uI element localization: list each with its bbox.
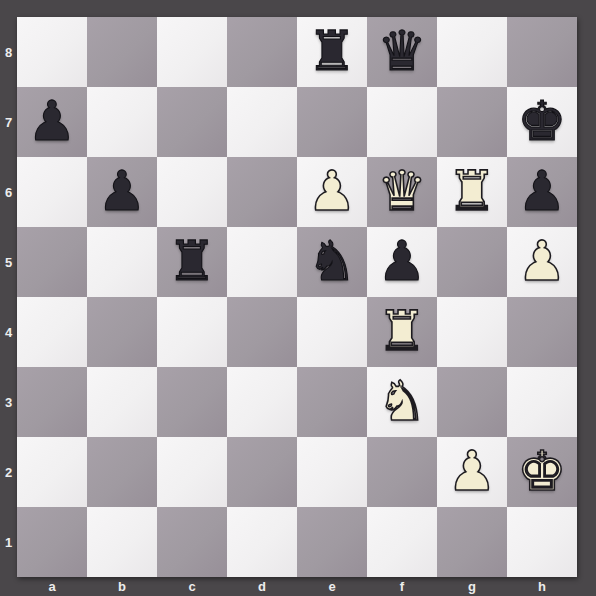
black-pawn[interactable]: ♟ (17, 87, 87, 157)
square-e4[interactable] (297, 297, 367, 367)
square-a1[interactable] (17, 507, 87, 577)
black-pawn[interactable]: ♟ (507, 157, 577, 227)
square-a8[interactable] (17, 17, 87, 87)
file-label-d: d (227, 577, 297, 596)
square-c3[interactable] (157, 367, 227, 437)
square-e1[interactable] (297, 507, 367, 577)
file-label-f: f (367, 577, 437, 596)
square-h6[interactable]: ♟ (507, 157, 577, 227)
black-rook[interactable]: ♜ (157, 227, 227, 297)
square-g4[interactable] (437, 297, 507, 367)
square-a2[interactable] (17, 437, 87, 507)
square-d6[interactable] (227, 157, 297, 227)
black-pawn[interactable]: ♟ (87, 157, 157, 227)
square-f2[interactable] (367, 437, 437, 507)
square-c7[interactable] (157, 87, 227, 157)
square-f1[interactable] (367, 507, 437, 577)
square-c2[interactable] (157, 437, 227, 507)
file-label-e: e (297, 577, 367, 596)
file-label-h: h (507, 577, 577, 596)
file-label-a: a (17, 577, 87, 596)
black-knight[interactable]: ♞ (297, 227, 367, 297)
square-a6[interactable] (17, 157, 87, 227)
square-e6[interactable]: ♟ (297, 157, 367, 227)
square-f5[interactable]: ♟ (367, 227, 437, 297)
chess-board[interactable]: ♜♛♟♚♟♟♛♜♟♜♞♟♟♜♞♟♚ (17, 17, 577, 577)
square-a7[interactable]: ♟ (17, 87, 87, 157)
square-h8[interactable] (507, 17, 577, 87)
square-e7[interactable] (297, 87, 367, 157)
square-h7[interactable]: ♚ (507, 87, 577, 157)
rank-label-6: 6 (0, 157, 17, 227)
square-f7[interactable] (367, 87, 437, 157)
rank-label-7: 7 (0, 87, 17, 157)
square-a3[interactable] (17, 367, 87, 437)
square-g7[interactable] (437, 87, 507, 157)
square-b4[interactable] (87, 297, 157, 367)
square-c6[interactable] (157, 157, 227, 227)
square-c1[interactable] (157, 507, 227, 577)
black-queen[interactable]: ♛ (367, 17, 437, 87)
square-d1[interactable] (227, 507, 297, 577)
square-a4[interactable] (17, 297, 87, 367)
square-d7[interactable] (227, 87, 297, 157)
square-b5[interactable] (87, 227, 157, 297)
square-h5[interactable]: ♟ (507, 227, 577, 297)
square-g2[interactable]: ♟ (437, 437, 507, 507)
black-pawn[interactable]: ♟ (367, 227, 437, 297)
square-h4[interactable] (507, 297, 577, 367)
square-f6[interactable]: ♛ (367, 157, 437, 227)
black-king[interactable]: ♚ (507, 87, 577, 157)
square-e5[interactable]: ♞ (297, 227, 367, 297)
file-label-b: b (87, 577, 157, 596)
file-label-c: c (157, 577, 227, 596)
file-labels: abcdefgh (17, 577, 577, 596)
square-h1[interactable] (507, 507, 577, 577)
file-label-g: g (437, 577, 507, 596)
square-f8[interactable]: ♛ (367, 17, 437, 87)
white-rook[interactable]: ♜ (437, 157, 507, 227)
square-b1[interactable] (87, 507, 157, 577)
square-b6[interactable]: ♟ (87, 157, 157, 227)
rank-label-2: 2 (0, 437, 17, 507)
square-d3[interactable] (227, 367, 297, 437)
chess-diagram: 87654321 ♜♛♟♚♟♟♛♜♟♜♞♟♟♜♞♟♚ abcdefgh (0, 0, 596, 596)
square-h3[interactable] (507, 367, 577, 437)
square-b7[interactable] (87, 87, 157, 157)
white-knight[interactable]: ♞ (367, 367, 437, 437)
square-g1[interactable] (437, 507, 507, 577)
square-e8[interactable]: ♜ (297, 17, 367, 87)
square-d5[interactable] (227, 227, 297, 297)
white-king[interactable]: ♚ (507, 437, 577, 507)
white-queen[interactable]: ♛ (367, 157, 437, 227)
rank-label-8: 8 (0, 17, 17, 87)
square-b8[interactable] (87, 17, 157, 87)
square-d2[interactable] (227, 437, 297, 507)
white-pawn[interactable]: ♟ (507, 227, 577, 297)
square-g5[interactable] (437, 227, 507, 297)
rank-label-4: 4 (0, 297, 17, 367)
square-e2[interactable] (297, 437, 367, 507)
square-d8[interactable] (227, 17, 297, 87)
square-g8[interactable] (437, 17, 507, 87)
square-g6[interactable]: ♜ (437, 157, 507, 227)
rank-labels: 87654321 (0, 17, 17, 577)
white-pawn[interactable]: ♟ (437, 437, 507, 507)
rank-label-3: 3 (0, 367, 17, 437)
square-a5[interactable] (17, 227, 87, 297)
square-g3[interactable] (437, 367, 507, 437)
rank-label-5: 5 (0, 227, 17, 297)
black-rook[interactable]: ♜ (297, 17, 367, 87)
square-f3[interactable]: ♞ (367, 367, 437, 437)
white-rook[interactable]: ♜ (367, 297, 437, 367)
square-d4[interactable] (227, 297, 297, 367)
square-b3[interactable] (87, 367, 157, 437)
square-c4[interactable] (157, 297, 227, 367)
square-c8[interactable] (157, 17, 227, 87)
square-b2[interactable] (87, 437, 157, 507)
rank-label-1: 1 (0, 507, 17, 577)
square-e3[interactable] (297, 367, 367, 437)
square-c5[interactable]: ♜ (157, 227, 227, 297)
square-h2[interactable]: ♚ (507, 437, 577, 507)
white-pawn[interactable]: ♟ (297, 157, 367, 227)
square-f4[interactable]: ♜ (367, 297, 437, 367)
